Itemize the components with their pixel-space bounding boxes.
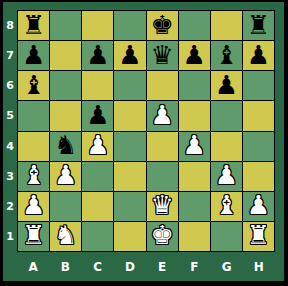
- square-a1[interactable]: ♜: [18, 222, 49, 251]
- square-a7[interactable]: ♟: [18, 41, 49, 70]
- file-label-F: F: [178, 252, 210, 281]
- square-d1[interactable]: [114, 222, 145, 251]
- square-c7[interactable]: ♟: [82, 41, 113, 70]
- file-label-D: D: [114, 252, 146, 281]
- black-pawn-h7[interactable]: ♟: [247, 42, 270, 68]
- white-queen-e2[interactable]: ♛: [150, 192, 173, 218]
- square-a6[interactable]: ♝: [18, 71, 49, 100]
- square-c5[interactable]: ♟: [82, 101, 113, 130]
- square-g5[interactable]: [211, 101, 242, 130]
- square-e8[interactable]: ♚: [147, 11, 178, 40]
- square-g8[interactable]: [211, 11, 242, 40]
- square-e5[interactable]: ♟: [147, 101, 178, 130]
- square-e6[interactable]: [147, 71, 178, 100]
- chess-board: ♜♚♜♟♟♟♛♟♝♟♝♟♟♟♞♟♟♝♟♟♟♛♝♟♜♞♚♜: [17, 10, 275, 252]
- black-bishop-a6[interactable]: ♝: [22, 72, 45, 98]
- black-knight-b4[interactable]: ♞: [54, 132, 77, 158]
- square-c4[interactable]: ♟: [82, 132, 113, 161]
- square-d4[interactable]: [114, 132, 145, 161]
- file-label-H: H: [243, 252, 275, 281]
- square-b4[interactable]: ♞: [50, 132, 81, 161]
- square-g7[interactable]: ♝: [211, 41, 242, 70]
- square-d6[interactable]: [114, 71, 145, 100]
- square-d8[interactable]: [114, 11, 145, 40]
- white-pawn-e5[interactable]: ♟: [150, 102, 173, 128]
- black-king-e8[interactable]: ♚: [150, 12, 173, 38]
- square-c1[interactable]: [82, 222, 113, 251]
- square-b6[interactable]: [50, 71, 81, 100]
- chessboard-frame: 87654321 ♜♚♜♟♟♟♛♟♝♟♝♟♟♟♞♟♟♝♟♟♟♛♝♟♜♞♚♜ AB…: [0, 0, 288, 286]
- square-f1[interactable]: [179, 222, 210, 251]
- square-d2[interactable]: [114, 192, 145, 221]
- white-rook-a1[interactable]: ♜: [22, 222, 45, 248]
- square-d7[interactable]: ♟: [114, 41, 145, 70]
- file-label-A: A: [17, 252, 49, 281]
- rank-label-7: 7: [3, 40, 17, 70]
- black-pawn-c7[interactable]: ♟: [86, 42, 109, 68]
- white-pawn-c4[interactable]: ♟: [86, 132, 109, 158]
- square-d3[interactable]: [114, 162, 145, 191]
- square-h3[interactable]: [243, 162, 274, 191]
- square-a8[interactable]: ♜: [18, 11, 49, 40]
- square-g4[interactable]: [211, 132, 242, 161]
- square-h1[interactable]: ♜: [243, 222, 274, 251]
- black-queen-e7[interactable]: ♛: [150, 42, 173, 68]
- black-pawn-f7[interactable]: ♟: [183, 42, 206, 68]
- white-pawn-b3[interactable]: ♟: [54, 162, 77, 188]
- square-h2[interactable]: ♟: [243, 192, 274, 221]
- white-rook-h1[interactable]: ♜: [247, 222, 270, 248]
- square-g3[interactable]: ♟: [211, 162, 242, 191]
- square-e2[interactable]: ♛: [147, 192, 178, 221]
- square-d5[interactable]: [114, 101, 145, 130]
- square-a4[interactable]: [18, 132, 49, 161]
- square-f8[interactable]: [179, 11, 210, 40]
- file-label-G: G: [211, 252, 243, 281]
- square-b5[interactable]: [50, 101, 81, 130]
- rank-label-8: 8: [3, 10, 17, 40]
- white-bishop-g2[interactable]: ♝: [215, 192, 238, 218]
- square-e3[interactable]: [147, 162, 178, 191]
- square-c3[interactable]: [82, 162, 113, 191]
- white-pawn-h2[interactable]: ♟: [247, 192, 270, 218]
- square-e7[interactable]: ♛: [147, 41, 178, 70]
- file-label-E: E: [146, 252, 178, 281]
- file-label-C: C: [82, 252, 114, 281]
- square-g2[interactable]: ♝: [211, 192, 242, 221]
- square-f6[interactable]: [179, 71, 210, 100]
- square-h6[interactable]: [243, 71, 274, 100]
- square-c2[interactable]: [82, 192, 113, 221]
- square-h5[interactable]: [243, 101, 274, 130]
- white-pawn-f4[interactable]: ♟: [183, 132, 206, 158]
- black-pawn-a7[interactable]: ♟: [22, 42, 45, 68]
- square-e4[interactable]: [147, 132, 178, 161]
- black-rook-h8[interactable]: ♜: [247, 12, 270, 38]
- black-pawn-d7[interactable]: ♟: [118, 42, 141, 68]
- square-c8[interactable]: [82, 11, 113, 40]
- square-f5[interactable]: [179, 101, 210, 130]
- rank-label-3: 3: [3, 161, 17, 191]
- square-c6[interactable]: [82, 71, 113, 100]
- white-king-e1[interactable]: ♚: [150, 222, 173, 248]
- square-g6[interactable]: ♟: [211, 71, 242, 100]
- square-a5[interactable]: [18, 101, 49, 130]
- black-pawn-c5[interactable]: ♟: [86, 102, 109, 128]
- black-bishop-g7[interactable]: ♝: [215, 42, 238, 68]
- rank-labels: 87654321: [3, 10, 17, 252]
- file-labels: ABCDEFGH: [17, 252, 275, 281]
- white-knight-b1[interactable]: ♞: [54, 222, 77, 248]
- square-h4[interactable]: [243, 132, 274, 161]
- square-f7[interactable]: ♟: [179, 41, 210, 70]
- rank-label-5: 5: [3, 101, 17, 131]
- rank-label-6: 6: [3, 71, 17, 101]
- rank-label-4: 4: [3, 131, 17, 161]
- white-pawn-g3[interactable]: ♟: [215, 162, 238, 188]
- square-f4[interactable]: ♟: [179, 132, 210, 161]
- square-a2[interactable]: ♟: [18, 192, 49, 221]
- black-rook-a8[interactable]: ♜: [22, 12, 45, 38]
- square-b3[interactable]: ♟: [50, 162, 81, 191]
- white-pawn-a2[interactable]: ♟: [22, 192, 45, 218]
- square-e1[interactable]: ♚: [147, 222, 178, 251]
- file-label-B: B: [49, 252, 81, 281]
- black-pawn-g6[interactable]: ♟: [215, 72, 238, 98]
- square-h8[interactable]: ♜: [243, 11, 274, 40]
- square-f2[interactable]: [179, 192, 210, 221]
- square-a3[interactable]: ♝: [18, 162, 49, 191]
- chessboard-inner-frame: 87654321 ♜♚♜♟♟♟♛♟♝♟♝♟♟♟♞♟♟♝♟♟♟♛♝♟♜♞♚♜ AB…: [3, 2, 284, 281]
- square-b7[interactable]: [50, 41, 81, 70]
- square-b8[interactable]: [50, 11, 81, 40]
- square-h7[interactable]: ♟: [243, 41, 274, 70]
- square-f3[interactable]: [179, 162, 210, 191]
- square-b1[interactable]: ♞: [50, 222, 81, 251]
- square-g1[interactable]: [211, 222, 242, 251]
- rank-label-2: 2: [3, 192, 17, 222]
- rank-label-1: 1: [3, 222, 17, 252]
- white-bishop-a3[interactable]: ♝: [22, 162, 45, 188]
- square-b2[interactable]: [50, 192, 81, 221]
